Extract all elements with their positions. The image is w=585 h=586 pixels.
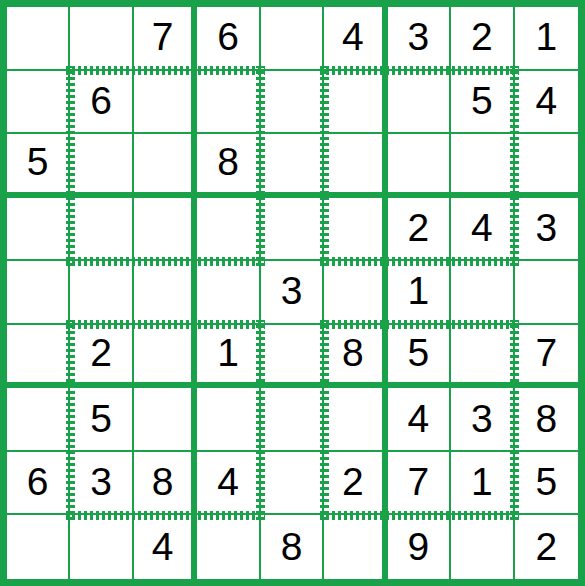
cell-r8c4[interactable]: 4 <box>197 452 260 516</box>
cell-r4c4[interactable] <box>197 198 260 262</box>
cell-r8c3[interactable]: 8 <box>134 452 197 516</box>
cell-r4c3[interactable] <box>134 198 197 262</box>
given-digit: 7 <box>152 17 174 56</box>
cell-r7c9[interactable]: 8 <box>515 388 578 452</box>
cell-r7c3[interactable] <box>134 388 197 452</box>
sudoku-grid: 7643216545824331218575438638427154892 <box>7 7 578 579</box>
cell-r6c4[interactable]: 1 <box>197 325 260 389</box>
cell-r5c8[interactable] <box>451 261 514 325</box>
cell-r7c1[interactable] <box>7 388 70 452</box>
given-digit: 1 <box>408 271 430 310</box>
cell-r4c2[interactable] <box>70 198 133 262</box>
given-digit: 3 <box>535 208 557 247</box>
cell-r2c2[interactable]: 6 <box>70 71 133 135</box>
cell-r7c7[interactable]: 4 <box>388 388 451 452</box>
given-digit: 1 <box>471 462 493 501</box>
given-digit: 2 <box>90 333 112 372</box>
given-digit: 8 <box>217 142 239 181</box>
given-digit: 5 <box>471 81 493 120</box>
cell-r5c9[interactable] <box>515 261 578 325</box>
given-digit: 2 <box>471 17 493 56</box>
cell-r9c1[interactable] <box>7 515 70 579</box>
given-digit: 2 <box>408 208 430 247</box>
cell-r8c7[interactable]: 7 <box>388 452 451 516</box>
given-digit: 8 <box>281 527 303 566</box>
cell-r2c7[interactable] <box>388 71 451 135</box>
cell-r9c7[interactable]: 9 <box>388 515 451 579</box>
cell-r1c7[interactable]: 3 <box>388 7 451 71</box>
cell-r4c5[interactable] <box>261 198 324 262</box>
cell-r7c2[interactable]: 5 <box>70 388 133 452</box>
cell-r2c6[interactable] <box>324 71 387 135</box>
given-digit: 8 <box>535 399 557 438</box>
cell-r6c1[interactable] <box>7 325 70 389</box>
given-digit: 5 <box>535 462 557 501</box>
cell-r2c1[interactable] <box>7 71 70 135</box>
cell-r1c8[interactable]: 2 <box>451 7 514 71</box>
cell-r7c5[interactable] <box>261 388 324 452</box>
cell-r8c5[interactable] <box>261 452 324 516</box>
cell-r8c9[interactable]: 5 <box>515 452 578 516</box>
cell-r8c8[interactable]: 1 <box>451 452 514 516</box>
cell-r5c2[interactable] <box>70 261 133 325</box>
cell-r3c8[interactable] <box>451 134 514 198</box>
given-digit: 4 <box>408 399 430 438</box>
given-digit: 2 <box>342 462 364 501</box>
cell-r3c7[interactable] <box>388 134 451 198</box>
cell-r5c5[interactable]: 3 <box>261 261 324 325</box>
cell-r9c9[interactable]: 2 <box>515 515 578 579</box>
cell-r2c8[interactable]: 5 <box>451 71 514 135</box>
given-digit: 4 <box>217 462 239 501</box>
cell-r9c8[interactable] <box>451 515 514 579</box>
given-digit: 2 <box>535 527 557 566</box>
cell-r4c6[interactable] <box>324 198 387 262</box>
cell-r1c3[interactable]: 7 <box>134 7 197 71</box>
cell-r6c6[interactable]: 8 <box>324 325 387 389</box>
cell-r9c3[interactable]: 4 <box>134 515 197 579</box>
cell-r2c5[interactable] <box>261 71 324 135</box>
given-digit: 3 <box>471 399 493 438</box>
given-digit: 5 <box>408 333 430 372</box>
cell-r5c4[interactable] <box>197 261 260 325</box>
cell-r1c6[interactable]: 4 <box>324 7 387 71</box>
cell-r7c6[interactable] <box>324 388 387 452</box>
cell-r4c8[interactable]: 4 <box>451 198 514 262</box>
sudoku-board: 7643216545824331218575438638427154892 <box>0 0 585 586</box>
cell-r5c7[interactable]: 1 <box>388 261 451 325</box>
cell-r6c7[interactable]: 5 <box>388 325 451 389</box>
cell-r1c4[interactable]: 6 <box>197 7 260 71</box>
given-digit: 4 <box>535 81 557 120</box>
cell-r6c5[interactable] <box>261 325 324 389</box>
cell-r7c8[interactable]: 3 <box>451 388 514 452</box>
cell-r9c6[interactable] <box>324 515 387 579</box>
cell-r1c2[interactable] <box>70 7 133 71</box>
cell-r6c3[interactable] <box>134 325 197 389</box>
cell-r3c6[interactable] <box>324 134 387 198</box>
given-digit: 3 <box>281 271 303 310</box>
cell-r1c5[interactable] <box>261 7 324 71</box>
cell-r7c4[interactable] <box>197 388 260 452</box>
cell-r6c2[interactable]: 2 <box>70 325 133 389</box>
cell-r4c7[interactable]: 2 <box>388 198 451 262</box>
cell-r8c2[interactable]: 3 <box>70 452 133 516</box>
cell-r3c3[interactable] <box>134 134 197 198</box>
cell-r6c9[interactable]: 7 <box>515 325 578 389</box>
given-digit: 6 <box>90 81 112 120</box>
cell-r3c5[interactable] <box>261 134 324 198</box>
cell-r1c1[interactable] <box>7 7 70 71</box>
cell-r9c5[interactable]: 8 <box>261 515 324 579</box>
given-digit: 7 <box>535 333 557 372</box>
given-digit: 1 <box>535 17 557 56</box>
cell-r2c3[interactable] <box>134 71 197 135</box>
given-digit: 8 <box>152 462 174 501</box>
given-digit: 5 <box>27 142 49 181</box>
cell-r5c3[interactable] <box>134 261 197 325</box>
given-digit: 3 <box>90 462 112 501</box>
cell-r3c9[interactable] <box>515 134 578 198</box>
cell-r4c1[interactable] <box>7 198 70 262</box>
cell-r9c2[interactable] <box>70 515 133 579</box>
cell-r3c2[interactable] <box>70 134 133 198</box>
cell-r4c9[interactable]: 3 <box>515 198 578 262</box>
given-digit: 4 <box>471 208 493 247</box>
cell-r5c6[interactable] <box>324 261 387 325</box>
given-digit: 8 <box>342 333 364 372</box>
given-digit: 5 <box>90 399 112 438</box>
given-digit: 4 <box>342 17 364 56</box>
given-digit: 6 <box>217 17 239 56</box>
cell-r8c6[interactable]: 2 <box>324 452 387 516</box>
given-digit: 9 <box>408 527 430 566</box>
cell-r3c1[interactable]: 5 <box>7 134 70 198</box>
cell-r1c9[interactable]: 1 <box>515 7 578 71</box>
cell-r5c1[interactable] <box>7 261 70 325</box>
given-digit: 6 <box>27 462 49 501</box>
given-digit: 7 <box>408 462 430 501</box>
given-digit: 1 <box>217 333 239 372</box>
cell-r6c8[interactable] <box>451 325 514 389</box>
given-digit: 3 <box>408 17 430 56</box>
cell-r3c4[interactable]: 8 <box>197 134 260 198</box>
cell-r2c9[interactable]: 4 <box>515 71 578 135</box>
cell-r9c4[interactable] <box>197 515 260 579</box>
cell-r8c1[interactable]: 6 <box>7 452 70 516</box>
given-digit: 4 <box>152 527 174 566</box>
cell-r2c4[interactable] <box>197 71 260 135</box>
